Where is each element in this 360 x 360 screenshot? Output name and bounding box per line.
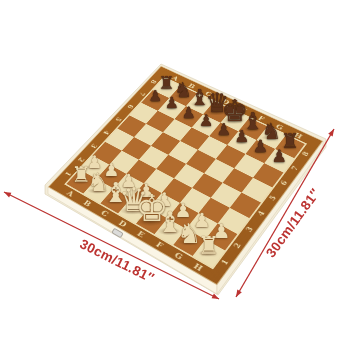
arrowhead: [328, 129, 334, 136]
arrowhead: [212, 294, 219, 299]
arrowhead: [4, 192, 11, 197]
arrowhead: [236, 290, 242, 297]
chess-set-product-photo: AA11BB22CC33DD44EE55FF66GG77HH88 ♜♞♝♛♚♝♞…: [0, 0, 360, 360]
board-squares: [66, 78, 304, 267]
